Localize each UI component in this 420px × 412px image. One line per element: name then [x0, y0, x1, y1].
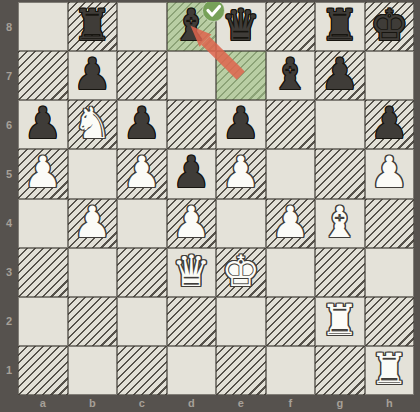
square-d7[interactable]: [167, 51, 217, 100]
file-label: c: [117, 394, 167, 412]
piece-black-rook[interactable]: ♜: [73, 4, 112, 47]
square-c6[interactable]: ♟: [117, 100, 167, 149]
square-a4[interactable]: [18, 199, 68, 248]
square-h3[interactable]: [365, 248, 415, 297]
square-h8[interactable]: ♚: [365, 2, 415, 51]
rank-label: 5: [0, 149, 18, 198]
square-e2[interactable]: [216, 297, 266, 346]
piece-black-bishop[interactable]: ♝: [271, 53, 310, 96]
square-e4[interactable]: [216, 199, 266, 248]
square-b4[interactable]: ♟: [68, 199, 118, 248]
square-f2[interactable]: [266, 297, 316, 346]
piece-white-pawn[interactable]: ♟: [73, 201, 112, 244]
square-a3[interactable]: [18, 248, 68, 297]
square-f4[interactable]: ♟: [266, 199, 316, 248]
square-e5[interactable]: ♟: [216, 149, 266, 198]
square-a8[interactable]: [18, 2, 68, 51]
square-h6[interactable]: ♟: [365, 100, 415, 149]
piece-black-king[interactable]: ♚: [370, 4, 409, 47]
square-f8[interactable]: [266, 2, 316, 51]
piece-white-pawn[interactable]: ♟: [271, 201, 310, 244]
square-b1[interactable]: [68, 346, 118, 395]
square-h1[interactable]: ♜: [365, 346, 415, 395]
piece-white-rook[interactable]: ♜: [320, 299, 359, 342]
square-c5[interactable]: ♟: [117, 149, 167, 198]
square-c7[interactable]: [117, 51, 167, 100]
square-g2[interactable]: ♜: [315, 297, 365, 346]
square-h5[interactable]: ♟: [365, 149, 415, 198]
square-g8[interactable]: ♜: [315, 2, 365, 51]
file-label: b: [68, 394, 118, 412]
piece-white-queen[interactable]: ♛: [172, 250, 211, 293]
piece-black-bishop[interactable]: ♝: [172, 4, 211, 47]
rank-label: 2: [0, 297, 18, 346]
piece-black-pawn[interactable]: ♟: [122, 102, 161, 145]
square-b6[interactable]: ♞: [68, 100, 118, 149]
square-f6[interactable]: [266, 100, 316, 149]
piece-white-pawn[interactable]: ♟: [172, 201, 211, 244]
square-d3[interactable]: ♛: [167, 248, 217, 297]
square-h2[interactable]: [365, 297, 415, 346]
square-f1[interactable]: [266, 346, 316, 395]
piece-black-pawn[interactable]: ♟: [172, 151, 211, 194]
square-b2[interactable]: [68, 297, 118, 346]
square-f7[interactable]: ♝: [266, 51, 316, 100]
rank-label: 8: [0, 2, 18, 51]
piece-black-pawn[interactable]: ♟: [23, 102, 62, 145]
piece-black-rook[interactable]: ♜: [320, 4, 359, 47]
square-a7[interactable]: [18, 51, 68, 100]
piece-black-pawn[interactable]: ♟: [221, 102, 260, 145]
square-b3[interactable]: [68, 248, 118, 297]
square-g3[interactable]: [315, 248, 365, 297]
square-f5[interactable]: [266, 149, 316, 198]
square-d2[interactable]: [167, 297, 217, 346]
piece-white-knight[interactable]: ♞: [73, 102, 112, 145]
chess-board[interactable]: ♜♝♛♜♚♟♝♟♟♞♟♟♟♟♟♟♟♟♟♟♟♝♛♚♜♜: [18, 2, 414, 395]
square-c8[interactable]: [117, 2, 167, 51]
square-c2[interactable]: [117, 297, 167, 346]
rank-label: 1: [0, 346, 18, 395]
square-e6[interactable]: ♟: [216, 100, 266, 149]
square-e8[interactable]: ♛: [216, 2, 266, 51]
square-e1[interactable]: [216, 346, 266, 395]
piece-white-pawn[interactable]: ♟: [122, 151, 161, 194]
piece-black-pawn[interactable]: ♟: [370, 102, 409, 145]
square-d6[interactable]: [167, 100, 217, 149]
piece-black-queen[interactable]: ♛: [221, 4, 260, 47]
square-c3[interactable]: [117, 248, 167, 297]
square-b7[interactable]: ♟: [68, 51, 118, 100]
file-label: e: [216, 394, 266, 412]
rank-labels: 87654321: [0, 2, 18, 395]
piece-white-rook[interactable]: ♜: [370, 348, 409, 391]
piece-white-king[interactable]: ♚: [221, 250, 260, 293]
square-g4[interactable]: ♝: [315, 199, 365, 248]
square-c4[interactable]: [117, 199, 167, 248]
file-label: h: [365, 394, 415, 412]
file-label: g: [315, 394, 365, 412]
piece-white-pawn[interactable]: ♟: [221, 151, 260, 194]
square-b8[interactable]: ♜: [68, 2, 118, 51]
square-e7[interactable]: [216, 51, 266, 100]
square-a5[interactable]: ♟: [18, 149, 68, 198]
file-label: a: [18, 394, 68, 412]
square-g1[interactable]: [315, 346, 365, 395]
square-c1[interactable]: [117, 346, 167, 395]
square-h4[interactable]: [365, 199, 415, 248]
rank-label: 4: [0, 199, 18, 248]
piece-black-pawn[interactable]: ♟: [320, 53, 359, 96]
file-label: f: [266, 394, 316, 412]
square-a6[interactable]: ♟: [18, 100, 68, 149]
square-g7[interactable]: ♟: [315, 51, 365, 100]
piece-black-pawn[interactable]: ♟: [73, 53, 112, 96]
square-d1[interactable]: [167, 346, 217, 395]
square-f3[interactable]: [266, 248, 316, 297]
square-d5[interactable]: ♟: [167, 149, 217, 198]
square-a1[interactable]: [18, 346, 68, 395]
square-e3[interactable]: ♚: [216, 248, 266, 297]
rank-label: 3: [0, 248, 18, 297]
square-h7[interactable]: [365, 51, 415, 100]
square-b5[interactable]: [68, 149, 118, 198]
file-label: d: [167, 394, 217, 412]
square-g5[interactable]: [315, 149, 365, 198]
rank-label: 6: [0, 100, 18, 149]
file-labels: abcdefgh: [18, 394, 414, 412]
piece-white-pawn[interactable]: ♟: [370, 151, 409, 194]
piece-white-pawn[interactable]: ♟: [23, 151, 62, 194]
square-a2[interactable]: [18, 297, 68, 346]
rank-label: 7: [0, 51, 18, 100]
square-g6[interactable]: [315, 100, 365, 149]
piece-white-bishop[interactable]: ♝: [320, 201, 359, 244]
square-d8[interactable]: ♝: [167, 2, 217, 51]
board-frame: 87654321 ♜♝♛♜♚♟♝♟♟♞♟♟♟♟♟♟♟♟♟♟♟♝♛♚♜♜ abcd…: [0, 0, 420, 412]
square-d4[interactable]: ♟: [167, 199, 217, 248]
